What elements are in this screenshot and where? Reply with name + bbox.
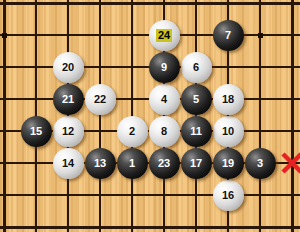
- move-number: 12: [62, 125, 74, 138]
- stone-white-20: 20: [53, 52, 84, 83]
- stone-white-6: 6: [181, 52, 212, 83]
- stone-black-1: 1: [117, 148, 148, 179]
- move-number: 22: [94, 93, 106, 106]
- stone-white-10: 10: [213, 116, 244, 147]
- move-number: 6: [193, 61, 199, 74]
- move-number: 20: [62, 61, 74, 74]
- stone-black-19: 19: [213, 148, 244, 179]
- move-number: 8: [161, 125, 167, 138]
- move-number: 13: [94, 157, 106, 170]
- move-number: 19: [222, 157, 234, 170]
- move-number: 16: [222, 189, 234, 202]
- stone-black-15: 15: [21, 116, 52, 147]
- move-number: 24: [156, 29, 172, 42]
- move-number: 15: [30, 125, 42, 138]
- stone-black-9: 9: [149, 52, 180, 83]
- stone-white-4: 4: [149, 84, 180, 115]
- stone-black-23: 23: [149, 148, 180, 179]
- stone-white-14: 14: [53, 148, 84, 179]
- stone-black-17: 17: [181, 148, 212, 179]
- go-board[interactable]: 123456789101112131415161718192021222324: [0, 0, 300, 232]
- move-number: 17: [190, 157, 202, 170]
- stone-white-24: 24: [149, 20, 180, 51]
- stone-white-22: 22: [85, 84, 116, 115]
- stone-black-5: 5: [181, 84, 212, 115]
- stone-white-18: 18: [213, 84, 244, 115]
- stone-black-7: 7: [213, 20, 244, 51]
- move-number: 4: [161, 93, 167, 106]
- stone-black-21: 21: [53, 84, 84, 115]
- go-board-diagram: 123456789101112131415161718192021222324: [0, 0, 300, 232]
- stone-white-8: 8: [149, 116, 180, 147]
- move-number: 11: [190, 125, 202, 138]
- move-number: 14: [62, 157, 74, 170]
- move-number: 21: [62, 93, 74, 106]
- x-mark-icon: [281, 152, 300, 174]
- move-number: 1: [129, 157, 135, 170]
- move-number: 10: [222, 125, 234, 138]
- stone-white-16: 16: [213, 180, 244, 211]
- stone-black-13: 13: [85, 148, 116, 179]
- move-number: 3: [257, 157, 263, 170]
- stone-black-3: 3: [245, 148, 276, 179]
- move-number: 9: [161, 61, 167, 74]
- move-number: 7: [225, 29, 231, 42]
- move-number: 18: [222, 93, 234, 106]
- stone-black-11: 11: [181, 116, 212, 147]
- stone-white-2: 2: [117, 116, 148, 147]
- stone-white-12: 12: [53, 116, 84, 147]
- move-number: 5: [193, 93, 199, 106]
- move-number: 2: [129, 125, 135, 138]
- move-number: 23: [158, 157, 170, 170]
